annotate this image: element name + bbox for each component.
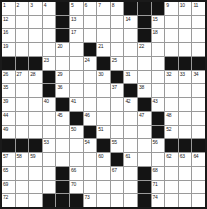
cell-r4c5[interactable]: 20 bbox=[56, 43, 69, 56]
cell-r12c12[interactable] bbox=[152, 153, 165, 166]
cell-r13c4[interactable] bbox=[43, 167, 56, 180]
clue-number-34: 34 bbox=[193, 71, 198, 77]
cell-r9c13[interactable]: 48 bbox=[165, 112, 178, 125]
cell-r14c9[interactable] bbox=[111, 181, 124, 194]
clue-number-64: 64 bbox=[193, 153, 198, 159]
cell-r10c5[interactable] bbox=[56, 126, 69, 139]
black-square-r8c11 bbox=[138, 98, 151, 111]
cell-r7c11[interactable]: 38 bbox=[138, 84, 151, 97]
cell-r9c3[interactable] bbox=[29, 112, 42, 125]
cell-r2c4[interactable] bbox=[43, 16, 56, 29]
cell-r8c9[interactable] bbox=[111, 98, 124, 111]
cell-r10c3[interactable] bbox=[29, 126, 42, 139]
cell-r3c10[interactable] bbox=[124, 29, 137, 42]
cell-r7c8[interactable] bbox=[97, 84, 110, 97]
cell-r14c14[interactable] bbox=[179, 181, 192, 194]
cell-r8c15[interactable] bbox=[192, 98, 205, 111]
clue-number-32: 32 bbox=[166, 71, 171, 77]
clue-number-74: 74 bbox=[153, 194, 158, 200]
cell-r4c4[interactable] bbox=[43, 43, 56, 56]
cell-r3c4[interactable] bbox=[43, 29, 56, 42]
cell-r8c3[interactable] bbox=[29, 98, 42, 111]
cell-r6c2[interactable]: 27 bbox=[16, 71, 29, 84]
cell-r8c13[interactable] bbox=[165, 98, 178, 111]
black-square-r8c5 bbox=[56, 98, 69, 111]
cell-r13c14[interactable] bbox=[179, 167, 192, 180]
cell-r6c10[interactable]: 31 bbox=[124, 71, 137, 84]
clue-number-20: 20 bbox=[57, 43, 62, 49]
black-square-r1c11 bbox=[138, 2, 151, 15]
clue-number-14: 14 bbox=[125, 16, 130, 22]
cell-r13c12[interactable]: 68 bbox=[152, 167, 165, 180]
cell-r6c6[interactable] bbox=[70, 71, 83, 84]
black-square-r6c4 bbox=[43, 71, 56, 84]
cell-r3c13[interactable] bbox=[165, 29, 178, 42]
clue-number-21: 21 bbox=[98, 43, 103, 49]
cell-r13c3[interactable] bbox=[29, 167, 42, 180]
clue-number-59: 59 bbox=[30, 153, 35, 159]
cell-r11c7[interactable]: 54 bbox=[84, 139, 97, 152]
clue-number-72: 72 bbox=[3, 194, 8, 200]
cell-r10c14[interactable] bbox=[179, 126, 192, 139]
cell-r9c1[interactable]: 44 bbox=[2, 112, 15, 125]
cell-r15c10[interactable] bbox=[124, 194, 137, 207]
clue-number-9: 9 bbox=[166, 2, 168, 8]
cell-r9c4[interactable] bbox=[43, 112, 56, 125]
clue-number-17: 17 bbox=[71, 29, 76, 35]
cell-r10c8[interactable]: 51 bbox=[97, 126, 110, 139]
cell-r14c3[interactable] bbox=[29, 181, 42, 194]
clue-number-51: 51 bbox=[98, 126, 103, 132]
cell-r4c8[interactable]: 21 bbox=[97, 43, 110, 56]
cell-r6c13[interactable]: 32 bbox=[165, 71, 178, 84]
cell-r6c8[interactable]: 30 bbox=[97, 71, 110, 84]
cell-r6c12[interactable] bbox=[152, 71, 165, 84]
clue-number-61: 61 bbox=[125, 153, 130, 159]
cell-r1c14[interactable]: 10 bbox=[179, 2, 192, 15]
cell-r3c7[interactable] bbox=[84, 29, 97, 42]
clue-number-22: 22 bbox=[139, 43, 144, 49]
black-square-r5c8 bbox=[97, 57, 110, 70]
clue-number-55: 55 bbox=[112, 139, 117, 145]
cell-r13c9[interactable]: 67 bbox=[111, 167, 124, 180]
clue-number-5: 5 bbox=[71, 2, 73, 8]
cell-r11c12[interactable]: 56 bbox=[152, 139, 165, 152]
cell-r3c9[interactable] bbox=[111, 29, 124, 42]
cell-r5c10[interactable] bbox=[124, 57, 137, 70]
cell-r3c6[interactable]: 17 bbox=[70, 29, 83, 42]
cell-r1c7[interactable]: 6 bbox=[84, 2, 97, 15]
clue-number-66: 66 bbox=[71, 167, 76, 173]
cell-r9c10[interactable] bbox=[124, 112, 137, 125]
cell-r11c9[interactable]: 55 bbox=[111, 139, 124, 152]
cell-r13c8[interactable] bbox=[97, 167, 110, 180]
clue-number-42: 42 bbox=[125, 98, 130, 104]
cell-r15c14[interactable] bbox=[179, 194, 192, 207]
black-square-r14c5 bbox=[56, 181, 69, 194]
cell-r11c5[interactable] bbox=[56, 139, 69, 152]
cell-r9c8[interactable] bbox=[97, 112, 110, 125]
cell-r8c1[interactable]: 39 bbox=[2, 98, 15, 111]
cell-r3c15[interactable] bbox=[192, 29, 205, 42]
cell-r2c9[interactable] bbox=[111, 16, 124, 29]
black-square-r2c11 bbox=[138, 16, 151, 29]
cell-r8c8[interactable] bbox=[97, 98, 110, 111]
cell-r4c12[interactable] bbox=[152, 43, 165, 56]
cell-r5c12[interactable] bbox=[152, 57, 165, 70]
cell-r12c6[interactable] bbox=[70, 153, 83, 166]
clue-number-45: 45 bbox=[57, 112, 62, 118]
cell-r1c3[interactable]: 3 bbox=[29, 2, 42, 15]
black-square-r2c5 bbox=[56, 16, 69, 29]
cell-r15c8[interactable] bbox=[97, 194, 110, 207]
cell-r15c1[interactable]: 72 bbox=[2, 194, 15, 207]
cell-r12c13[interactable]: 62 bbox=[165, 153, 178, 166]
cell-r9c14[interactable] bbox=[179, 112, 192, 125]
clue-number-60: 60 bbox=[98, 153, 103, 159]
clue-number-54: 54 bbox=[85, 139, 90, 145]
black-square-r11c14 bbox=[179, 139, 192, 152]
cell-r5c7[interactable]: 24 bbox=[84, 57, 97, 70]
cell-r2c3[interactable] bbox=[29, 16, 42, 29]
cell-r12c14[interactable]: 63 bbox=[179, 153, 192, 166]
cell-r10c9[interactable] bbox=[111, 126, 124, 139]
cell-r10c15[interactable] bbox=[192, 126, 205, 139]
cell-r14c12[interactable]: 71 bbox=[152, 181, 165, 194]
cell-r8c7[interactable] bbox=[84, 98, 97, 111]
clue-number-25: 25 bbox=[112, 57, 117, 63]
cell-r6c7[interactable] bbox=[84, 71, 97, 84]
clue-number-23: 23 bbox=[44, 57, 49, 63]
cell-r14c1[interactable]: 69 bbox=[2, 181, 15, 194]
cell-r11c6[interactable] bbox=[70, 139, 83, 152]
clue-number-13: 13 bbox=[71, 16, 76, 22]
cell-r9c2[interactable] bbox=[16, 112, 29, 125]
cell-r6c15[interactable]: 34 bbox=[192, 71, 205, 84]
cell-r14c13[interactable] bbox=[165, 181, 178, 194]
black-square-r9c12 bbox=[152, 112, 165, 125]
black-square-r5c1 bbox=[2, 57, 15, 70]
cell-r13c6[interactable]: 66 bbox=[70, 167, 83, 180]
black-square-r9c6 bbox=[70, 112, 83, 125]
cell-r12c4[interactable] bbox=[43, 153, 56, 166]
clue-number-4: 4 bbox=[44, 2, 46, 8]
black-square-r5c14 bbox=[179, 57, 192, 70]
cell-r6c11[interactable] bbox=[138, 71, 151, 84]
cell-r10c11[interactable] bbox=[138, 126, 151, 139]
clue-number-62: 62 bbox=[166, 153, 171, 159]
clue-number-41: 41 bbox=[71, 98, 76, 104]
cell-r1c9[interactable]: 8 bbox=[111, 2, 124, 15]
cell-r5c5[interactable] bbox=[56, 57, 69, 70]
clue-number-63: 63 bbox=[180, 153, 185, 159]
cell-r10c2[interactable] bbox=[16, 126, 29, 139]
cell-r4c14[interactable] bbox=[179, 43, 192, 56]
clue-number-19: 19 bbox=[3, 43, 8, 49]
cell-r2c1[interactable]: 12 bbox=[2, 16, 15, 29]
cell-r10c1[interactable]: 49 bbox=[2, 126, 15, 139]
clue-number-69: 69 bbox=[3, 181, 8, 187]
black-square-r11c2 bbox=[16, 139, 29, 152]
cell-r2c14[interactable] bbox=[179, 16, 192, 29]
cell-r1c13[interactable]: 9 bbox=[165, 2, 178, 15]
cell-r5c11[interactable] bbox=[138, 57, 151, 70]
black-square-r11c1 bbox=[2, 139, 15, 152]
clue-number-1: 1 bbox=[3, 2, 5, 8]
black-square-r7c4 bbox=[43, 84, 56, 97]
clue-number-52: 52 bbox=[166, 126, 171, 132]
cell-r15c2[interactable] bbox=[16, 194, 29, 207]
black-square-r15c11 bbox=[138, 194, 151, 207]
cell-r3c3[interactable] bbox=[29, 29, 42, 42]
clue-number-68: 68 bbox=[153, 167, 158, 173]
cell-r2c2[interactable] bbox=[16, 16, 29, 29]
cell-r4c6[interactable] bbox=[70, 43, 83, 56]
cell-r2c13[interactable] bbox=[165, 16, 178, 29]
clue-number-15: 15 bbox=[153, 16, 158, 22]
cell-r15c9[interactable] bbox=[111, 194, 124, 207]
clue-number-8: 8 bbox=[112, 2, 114, 8]
black-square-r11c3 bbox=[29, 139, 42, 152]
clue-number-44: 44 bbox=[3, 112, 8, 118]
cell-r12c10[interactable]: 61 bbox=[124, 153, 137, 166]
cell-r2c15[interactable] bbox=[192, 16, 205, 29]
cell-r12c5[interactable] bbox=[56, 153, 69, 166]
cell-r8c14[interactable] bbox=[179, 98, 192, 111]
clue-number-28: 28 bbox=[30, 71, 35, 77]
cell-r4c15[interactable] bbox=[192, 43, 205, 56]
clue-number-7: 7 bbox=[98, 2, 100, 8]
clue-number-57: 57 bbox=[3, 153, 8, 159]
clue-number-11: 11 bbox=[193, 2, 198, 8]
cell-r10c10[interactable] bbox=[124, 126, 137, 139]
cell-r3c12[interactable]: 18 bbox=[152, 29, 165, 42]
black-square-r11c15 bbox=[192, 139, 205, 152]
cell-r7c1[interactable]: 35 bbox=[2, 84, 15, 97]
cell-r4c10[interactable] bbox=[124, 43, 137, 56]
clue-number-65: 65 bbox=[3, 167, 8, 173]
cell-r10c4[interactable] bbox=[43, 126, 56, 139]
clue-number-70: 70 bbox=[71, 181, 76, 187]
clue-number-71: 71 bbox=[153, 181, 158, 187]
clue-number-31: 31 bbox=[125, 71, 130, 77]
cell-r2c7[interactable] bbox=[84, 16, 97, 29]
cell-r8c4[interactable]: 40 bbox=[43, 98, 56, 111]
cell-r13c13[interactable] bbox=[165, 167, 178, 180]
cell-r1c2[interactable]: 2 bbox=[16, 2, 29, 15]
cell-r7c6[interactable] bbox=[70, 84, 83, 97]
cell-r8c10[interactable]: 42 bbox=[124, 98, 137, 111]
black-square-r1c5 bbox=[56, 2, 69, 15]
cell-r9c15[interactable] bbox=[192, 112, 205, 125]
cell-r8c12[interactable]: 43 bbox=[152, 98, 165, 111]
cell-r2c10[interactable]: 14 bbox=[124, 16, 137, 29]
clue-number-37: 37 bbox=[112, 84, 117, 90]
black-square-r13c5 bbox=[56, 167, 69, 180]
cell-r4c2[interactable] bbox=[16, 43, 29, 56]
clue-number-35: 35 bbox=[3, 84, 8, 90]
black-square-r5c3 bbox=[29, 57, 42, 70]
cell-r7c15[interactable] bbox=[192, 84, 205, 97]
black-square-r1c10 bbox=[124, 2, 137, 15]
clue-number-6: 6 bbox=[85, 2, 87, 8]
clue-number-56: 56 bbox=[153, 139, 158, 145]
cell-r7c9[interactable]: 37 bbox=[111, 84, 124, 97]
cell-r1c4[interactable]: 4 bbox=[43, 2, 56, 15]
cell-r5c9[interactable]: 25 bbox=[111, 57, 124, 70]
cell-r3c8[interactable] bbox=[97, 29, 110, 42]
cell-r14c8[interactable] bbox=[97, 181, 110, 194]
clue-number-40: 40 bbox=[44, 98, 49, 104]
cell-r4c9[interactable] bbox=[111, 43, 124, 56]
cell-r12c3[interactable]: 59 bbox=[29, 153, 42, 166]
cell-r8c6[interactable]: 41 bbox=[70, 98, 83, 111]
cell-r12c1[interactable]: 57 bbox=[2, 153, 15, 166]
clue-number-73: 73 bbox=[85, 194, 90, 200]
cell-r12c7[interactable] bbox=[84, 153, 97, 166]
cell-r15c3[interactable] bbox=[29, 194, 42, 207]
crossword-grid: 1234567891011121314151617181920212223242… bbox=[0, 0, 207, 209]
cell-r6c14[interactable]: 33 bbox=[179, 71, 192, 84]
cell-r15c12[interactable]: 74 bbox=[152, 194, 165, 207]
black-square-r10c12 bbox=[152, 126, 165, 139]
cell-r3c2[interactable] bbox=[16, 29, 29, 42]
clue-number-33: 33 bbox=[180, 71, 185, 77]
cell-r8c2[interactable] bbox=[16, 98, 29, 111]
cell-r13c10[interactable] bbox=[124, 167, 137, 180]
cell-r7c5[interactable]: 36 bbox=[56, 84, 69, 97]
clue-number-27: 27 bbox=[17, 71, 22, 77]
cell-r7c3[interactable] bbox=[29, 84, 42, 97]
clue-number-50: 50 bbox=[71, 126, 76, 132]
black-square-r4c7 bbox=[84, 43, 97, 56]
cell-r10c13[interactable]: 52 bbox=[165, 126, 178, 139]
clue-number-39: 39 bbox=[3, 98, 8, 104]
cell-r4c13[interactable] bbox=[165, 43, 178, 56]
cell-r15c7[interactable]: 73 bbox=[84, 194, 97, 207]
cell-r15c13[interactable] bbox=[165, 194, 178, 207]
black-square-r11c8 bbox=[97, 139, 110, 152]
clue-number-18: 18 bbox=[153, 29, 158, 35]
cell-r1c1[interactable]: 1 bbox=[2, 2, 15, 15]
black-square-r15c5 bbox=[56, 194, 69, 207]
clue-number-3: 3 bbox=[30, 2, 32, 8]
cell-r2c8[interactable] bbox=[97, 16, 110, 29]
black-square-r15c4 bbox=[43, 194, 56, 207]
clue-number-46: 46 bbox=[85, 112, 90, 118]
black-square-r1c12 bbox=[152, 2, 165, 15]
cell-r11c10[interactable] bbox=[124, 139, 137, 152]
cell-r1c15[interactable]: 11 bbox=[192, 2, 205, 15]
black-square-r3c11 bbox=[138, 29, 151, 42]
cell-r15c15[interactable] bbox=[192, 194, 205, 207]
cell-r14c4[interactable] bbox=[43, 181, 56, 194]
cell-r14c15[interactable] bbox=[192, 181, 205, 194]
cell-r12c15[interactable]: 64 bbox=[192, 153, 205, 166]
clue-number-12: 12 bbox=[3, 16, 8, 22]
clue-number-53: 53 bbox=[44, 139, 49, 145]
black-square-r3c5 bbox=[56, 29, 69, 42]
clue-number-49: 49 bbox=[3, 126, 8, 132]
black-square-r5c2 bbox=[16, 57, 29, 70]
cell-r13c2[interactable] bbox=[16, 167, 29, 180]
clue-number-30: 30 bbox=[98, 71, 103, 77]
cell-r14c7[interactable] bbox=[84, 181, 97, 194]
black-square-r7c10 bbox=[124, 84, 137, 97]
clue-number-43: 43 bbox=[153, 98, 158, 104]
cell-r6c3[interactable]: 28 bbox=[29, 71, 42, 84]
clue-number-67: 67 bbox=[112, 167, 117, 173]
cell-r14c10[interactable] bbox=[124, 181, 137, 194]
black-square-r12c9 bbox=[111, 153, 124, 166]
cell-r5c6[interactable] bbox=[70, 57, 83, 70]
black-square-r10c7 bbox=[84, 126, 97, 139]
cell-r6c1[interactable]: 26 bbox=[2, 71, 15, 84]
cell-r6c5[interactable]: 29 bbox=[56, 71, 69, 84]
cell-r9c11[interactable]: 47 bbox=[138, 112, 151, 125]
cell-r4c3[interactable] bbox=[29, 43, 42, 56]
cell-r9c7[interactable]: 46 bbox=[84, 112, 97, 125]
cell-r2c6[interactable]: 13 bbox=[70, 16, 83, 29]
clue-number-26: 26 bbox=[3, 71, 8, 77]
black-square-r14c11 bbox=[138, 181, 151, 194]
cell-r3c14[interactable] bbox=[179, 29, 192, 42]
cell-r7c13[interactable] bbox=[165, 84, 178, 97]
cell-r13c15[interactable] bbox=[192, 167, 205, 180]
cell-r1c6[interactable]: 5 bbox=[70, 2, 83, 15]
cell-r11c11[interactable] bbox=[138, 139, 151, 152]
clue-number-16: 16 bbox=[3, 29, 8, 35]
black-square-r15c6 bbox=[70, 194, 83, 207]
cell-r4c11[interactable]: 22 bbox=[138, 43, 151, 56]
cell-r7c14[interactable] bbox=[179, 84, 192, 97]
clue-number-2: 2 bbox=[17, 2, 19, 8]
cell-r3c1[interactable]: 16 bbox=[2, 29, 15, 42]
black-square-r13c11 bbox=[138, 167, 151, 180]
cell-r12c8[interactable]: 60 bbox=[97, 153, 110, 166]
cell-r14c2[interactable] bbox=[16, 181, 29, 194]
cell-r14c6[interactable]: 70 bbox=[70, 181, 83, 194]
black-square-r6c9 bbox=[111, 71, 124, 84]
clue-number-58: 58 bbox=[17, 153, 22, 159]
clue-number-10: 10 bbox=[180, 2, 185, 8]
cell-r5c4[interactable]: 23 bbox=[43, 57, 56, 70]
cell-r11c4[interactable]: 53 bbox=[43, 139, 56, 152]
cell-r7c12[interactable] bbox=[152, 84, 165, 97]
cell-r10c6[interactable]: 50 bbox=[70, 126, 83, 139]
cell-r4c1[interactable]: 19 bbox=[2, 43, 15, 56]
cell-r12c2[interactable]: 58 bbox=[16, 153, 29, 166]
cell-r7c7[interactable] bbox=[84, 84, 97, 97]
cell-r9c5[interactable]: 45 bbox=[56, 112, 69, 125]
cell-r13c7[interactable] bbox=[84, 167, 97, 180]
cell-r13c1[interactable]: 65 bbox=[2, 167, 15, 180]
clue-number-24: 24 bbox=[85, 57, 90, 63]
cell-r2c12[interactable]: 15 bbox=[152, 16, 165, 29]
clue-number-29: 29 bbox=[57, 71, 62, 77]
cell-r1c8[interactable]: 7 bbox=[97, 2, 110, 15]
cell-r7c2[interactable] bbox=[16, 84, 29, 97]
cell-r9c9[interactable] bbox=[111, 112, 124, 125]
clue-number-38: 38 bbox=[139, 84, 144, 90]
black-square-r5c13 bbox=[165, 57, 178, 70]
cell-r12c11[interactable] bbox=[138, 153, 151, 166]
clue-number-36: 36 bbox=[57, 84, 62, 90]
clue-number-47: 47 bbox=[139, 112, 144, 118]
black-square-r11c13 bbox=[165, 139, 178, 152]
clue-number-48: 48 bbox=[166, 112, 171, 118]
black-square-r5c15 bbox=[192, 57, 205, 70]
